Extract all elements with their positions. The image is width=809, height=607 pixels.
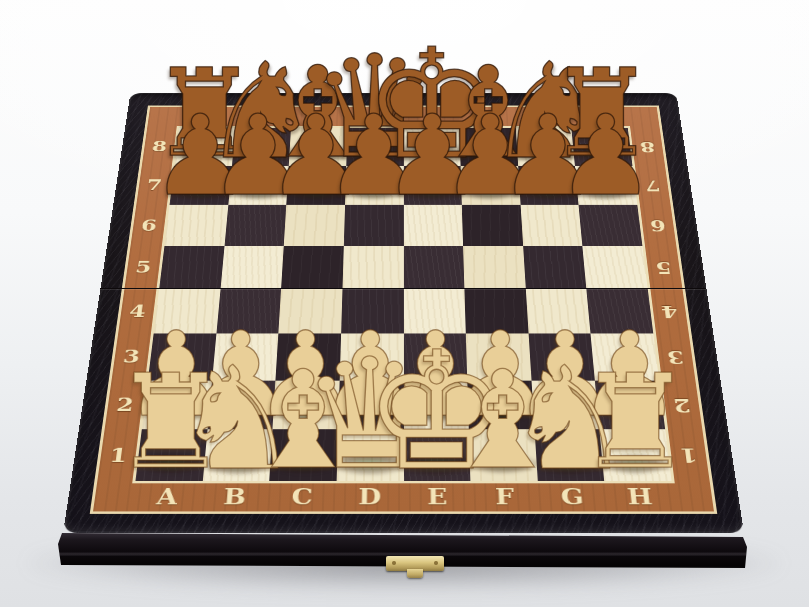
rank-label-right-5: 5 [645,246,682,289]
piece-black-pawn-h7[interactable]: ♟ [556,101,655,212]
brass-clasp-icon [386,556,444,571]
piece-white-rook-h1[interactable]: ♜ [577,357,694,487]
brass-clasp-tab [407,569,423,578]
photo-canvas: 8877665544332211ABCDEFGH ♜♞♝♛♚♝♞♜♟♟♟♟♟♟♟… [0,0,809,607]
rank-label-left-5: 5 [124,246,161,289]
fold-seam [100,288,706,289]
